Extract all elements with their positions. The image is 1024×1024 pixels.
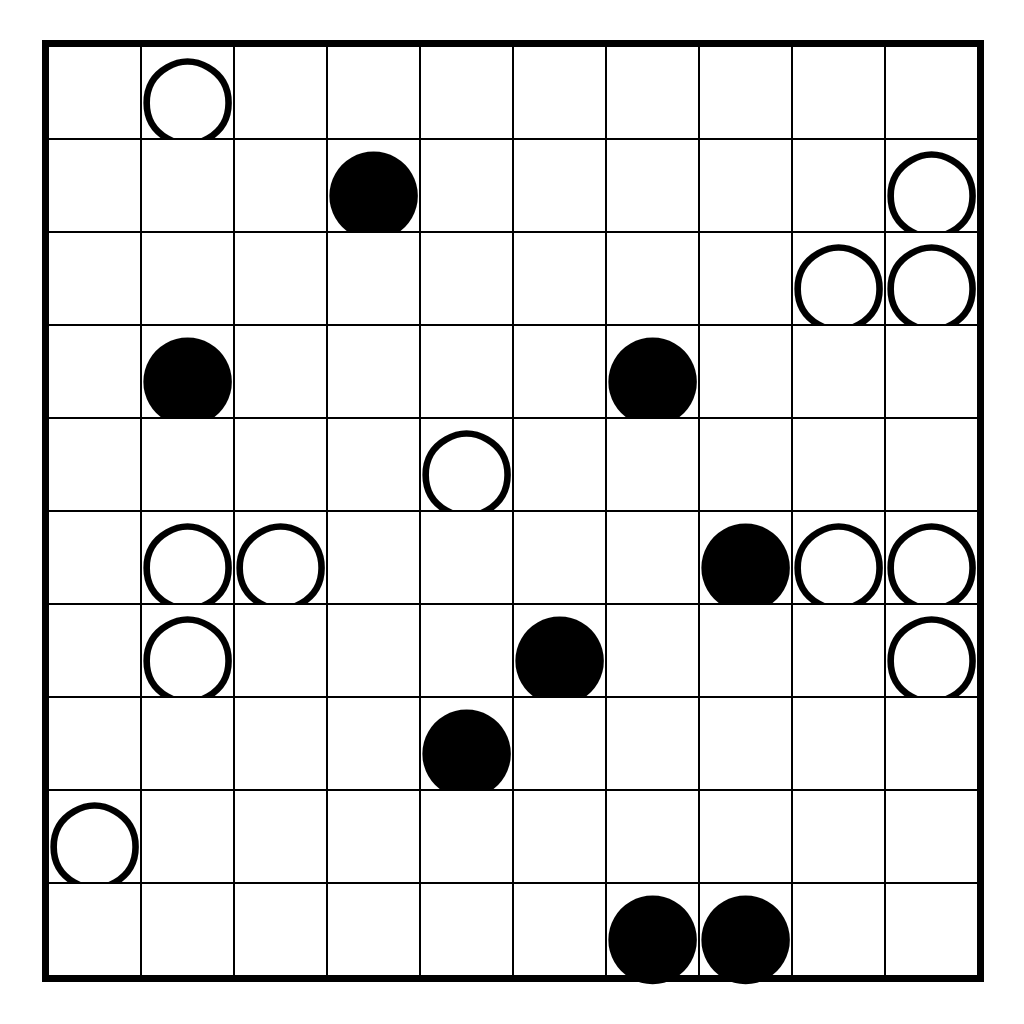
cell-r10c7[interactable]: ● (607, 884, 698, 975)
page-background: ○●○○○●●○○○●○○○●○●○●● (0, 0, 1024, 1024)
black-pearl: ● (602, 326, 703, 417)
cell-r2c5[interactable] (421, 140, 512, 231)
black-pearl: ● (509, 605, 610, 696)
white-pearl: ○ (137, 47, 238, 138)
cell-r8c3[interactable] (235, 698, 326, 789)
cell-r4c9[interactable] (793, 326, 884, 417)
cell-r9c10[interactable] (886, 791, 977, 882)
cell-r8c5[interactable]: ● (421, 698, 512, 789)
cell-r9c5[interactable] (421, 791, 512, 882)
cell-r1c9[interactable] (793, 47, 884, 138)
cell-r10c5[interactable] (421, 884, 512, 975)
cell-r8c8[interactable] (700, 698, 791, 789)
cell-r4c6[interactable] (514, 326, 605, 417)
cell-r1c2[interactable]: ○ (142, 47, 233, 138)
cell-r1c7[interactable] (607, 47, 698, 138)
cell-r10c10[interactable] (886, 884, 977, 975)
white-pearl: ○ (416, 419, 517, 510)
cell-r9c1[interactable]: ○ (49, 791, 140, 882)
black-pearl: ● (137, 326, 238, 417)
cell-r8c6[interactable] (514, 698, 605, 789)
cell-r2c6[interactable] (514, 140, 605, 231)
cell-r3c3[interactable] (235, 233, 326, 324)
black-pearl: ● (695, 512, 796, 603)
white-pearl: ○ (788, 512, 889, 603)
cell-r4c2[interactable]: ● (142, 326, 233, 417)
black-pearl: ● (695, 884, 796, 975)
cell-r10c8[interactable]: ● (700, 884, 791, 975)
cell-r10c9[interactable] (793, 884, 884, 975)
cell-r3c10[interactable]: ○ (886, 233, 977, 324)
cell-r10c1[interactable] (49, 884, 140, 975)
white-pearl: ○ (230, 512, 331, 603)
cell-r5c5[interactable]: ○ (421, 419, 512, 510)
cell-r4c7[interactable]: ● (607, 326, 698, 417)
cell-r4c10[interactable] (886, 326, 977, 417)
black-pearl: ● (416, 698, 517, 789)
cell-r10c2[interactable] (142, 884, 233, 975)
cell-r3c4[interactable] (328, 233, 419, 324)
cell-r5c6[interactable] (514, 419, 605, 510)
cell-r2c2[interactable] (142, 140, 233, 231)
cell-r8c9[interactable] (793, 698, 884, 789)
cell-r6c8[interactable]: ● (700, 512, 791, 603)
cell-r4c8[interactable] (700, 326, 791, 417)
cell-r10c6[interactable] (514, 884, 605, 975)
cell-r7c9[interactable] (793, 605, 884, 696)
cell-r3c5[interactable] (421, 233, 512, 324)
cell-r9c4[interactable] (328, 791, 419, 882)
cell-r6c4[interactable] (328, 512, 419, 603)
cell-r1c6[interactable] (514, 47, 605, 138)
cell-r7c1[interactable] (49, 605, 140, 696)
white-pearl: ○ (881, 233, 982, 324)
cell-r1c1[interactable] (49, 47, 140, 138)
cell-r8c4[interactable] (328, 698, 419, 789)
cell-r8c7[interactable] (607, 698, 698, 789)
cell-r3c9[interactable]: ○ (793, 233, 884, 324)
cell-r6c7[interactable] (607, 512, 698, 603)
cell-r7c7[interactable] (607, 605, 698, 696)
white-pearl: ○ (788, 233, 889, 324)
cell-r5c4[interactable] (328, 419, 419, 510)
cell-r7c4[interactable] (328, 605, 419, 696)
cell-r10c3[interactable] (235, 884, 326, 975)
cell-r2c8[interactable] (700, 140, 791, 231)
cell-r9c9[interactable] (793, 791, 884, 882)
cell-r7c2[interactable]: ○ (142, 605, 233, 696)
cell-r10c4[interactable] (328, 884, 419, 975)
cell-r6c1[interactable] (49, 512, 140, 603)
cell-r6c3[interactable]: ○ (235, 512, 326, 603)
cell-r3c1[interactable] (49, 233, 140, 324)
cell-r7c8[interactable] (700, 605, 791, 696)
white-pearl: ○ (44, 791, 145, 882)
cell-r2c4[interactable]: ● (328, 140, 419, 231)
cell-r5c7[interactable] (607, 419, 698, 510)
cell-r7c3[interactable] (235, 605, 326, 696)
cell-r3c6[interactable] (514, 233, 605, 324)
cell-r7c10[interactable]: ○ (886, 605, 977, 696)
cell-r4c3[interactable] (235, 326, 326, 417)
cell-r7c6[interactable]: ● (514, 605, 605, 696)
cell-r4c1[interactable] (49, 326, 140, 417)
cell-r1c5[interactable] (421, 47, 512, 138)
white-pearl: ○ (137, 605, 238, 696)
cell-r8c2[interactable] (142, 698, 233, 789)
cell-r2c1[interactable] (49, 140, 140, 231)
cell-r4c4[interactable] (328, 326, 419, 417)
cell-r1c8[interactable] (700, 47, 791, 138)
white-pearl: ○ (881, 605, 982, 696)
cell-r9c3[interactable] (235, 791, 326, 882)
black-pearl: ● (323, 140, 424, 231)
masyu-board: ○●○○○●●○○○●○○○●○●○●● (42, 40, 984, 982)
cell-r9c6[interactable] (514, 791, 605, 882)
cell-r8c10[interactable] (886, 698, 977, 789)
cell-r1c3[interactable] (235, 47, 326, 138)
cell-r6c5[interactable] (421, 512, 512, 603)
cell-r6c9[interactable]: ○ (793, 512, 884, 603)
cell-r9c2[interactable] (142, 791, 233, 882)
cell-r2c7[interactable] (607, 140, 698, 231)
cell-r3c8[interactable] (700, 233, 791, 324)
cell-r5c1[interactable] (49, 419, 140, 510)
cell-r2c3[interactable] (235, 140, 326, 231)
black-pearl: ● (602, 884, 703, 975)
